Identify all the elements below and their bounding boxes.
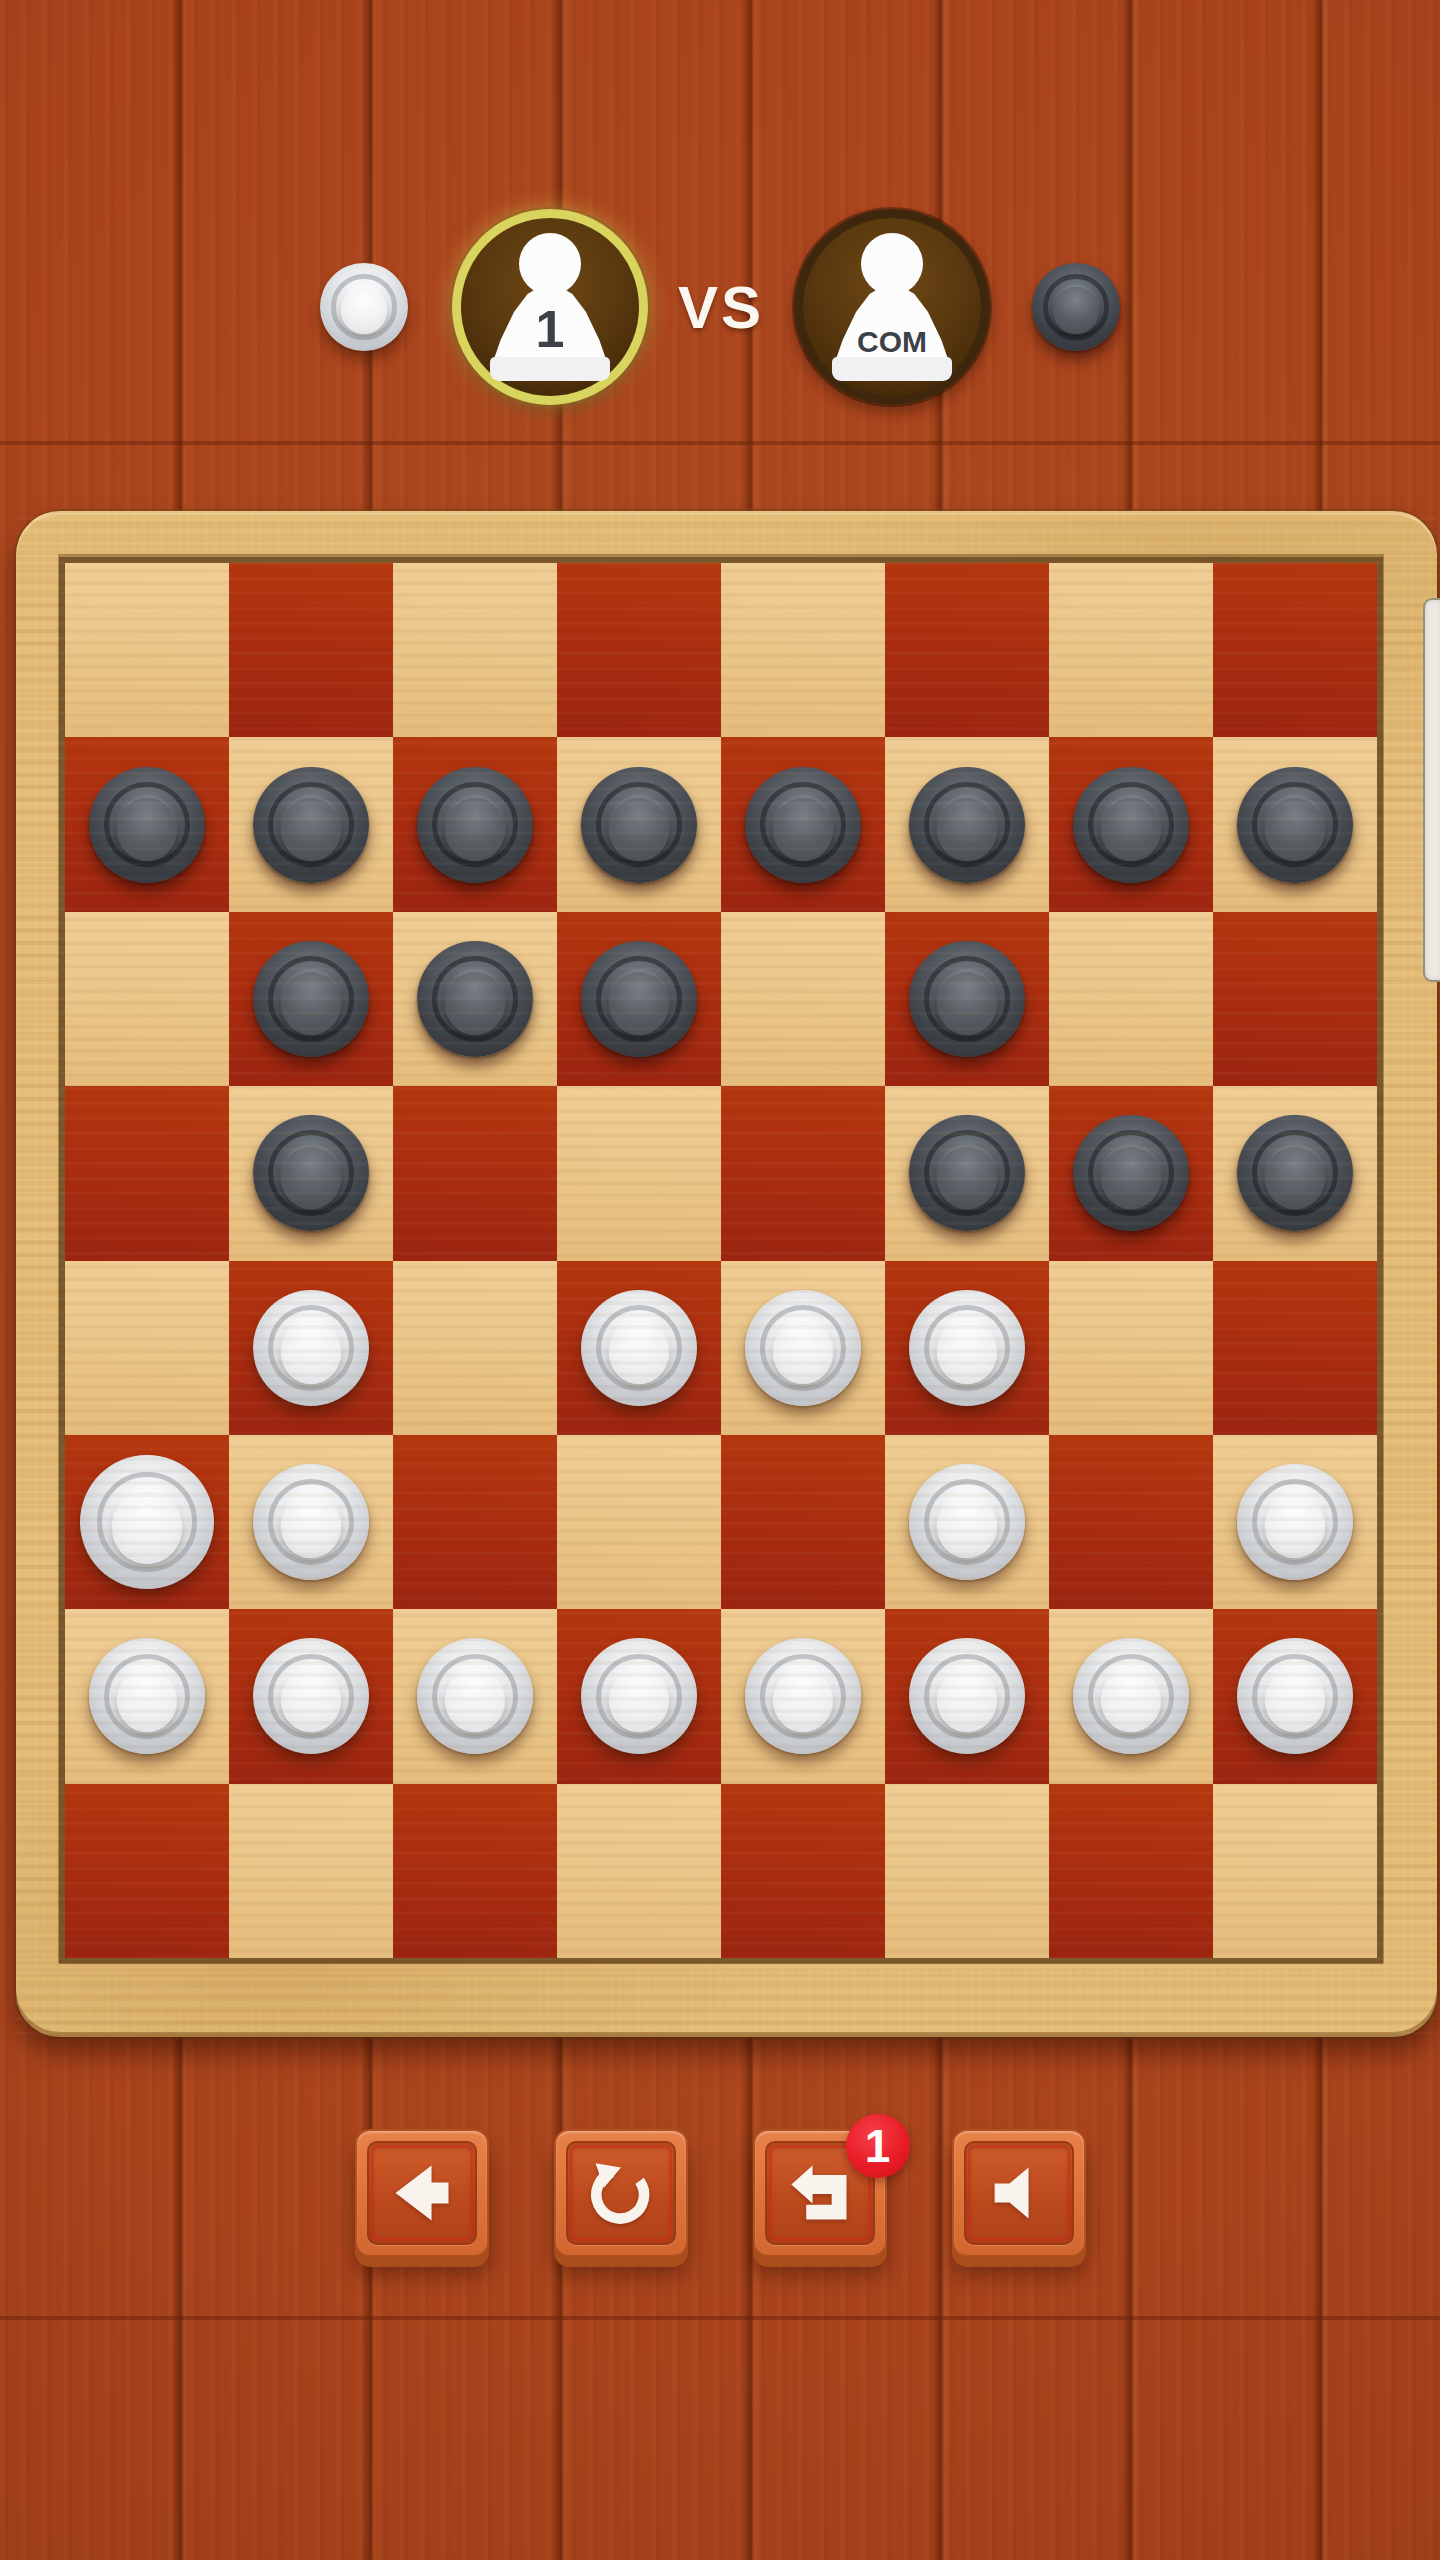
checker-piece-white[interactable] (253, 1290, 369, 1406)
scrollbar-thumb[interactable] (1423, 598, 1440, 982)
player2-label: COM (827, 325, 957, 359)
wood-plank-seam (0, 2316, 1440, 2320)
checker-piece-white[interactable] (581, 1638, 697, 1754)
back-button[interactable] (355, 2129, 489, 2257)
board-cell-r0c3[interactable] (557, 563, 721, 737)
board-cell-r1c4[interactable] (721, 737, 885, 911)
player2-avatar[interactable]: COM (794, 209, 990, 405)
wood-plank-seam (0, 441, 1440, 445)
checker-piece-white[interactable] (89, 1638, 205, 1754)
board-cell-r3c3[interactable] (557, 1086, 721, 1260)
board-cell-r6c1[interactable] (229, 1609, 393, 1783)
board-cell-r3c1[interactable] (229, 1086, 393, 1260)
board-cell-r2c3[interactable] (557, 912, 721, 1086)
checker-piece-black[interactable] (745, 767, 861, 883)
board-grid (65, 563, 1377, 1958)
speaker-icon (984, 2158, 1054, 2228)
checkers-board (16, 511, 1437, 2037)
board-cell-r5c4[interactable] (721, 1435, 885, 1609)
board-cell-r2c7[interactable] (1213, 912, 1377, 1086)
white-side-indicator-piece (320, 263, 408, 351)
board-cell-r0c5[interactable] (885, 563, 1049, 737)
checker-piece-black[interactable] (417, 767, 533, 883)
sound-button[interactable] (952, 2129, 1086, 2257)
board-cell-r5c7[interactable] (1213, 1435, 1377, 1609)
board-cell-r1c0[interactable] (65, 737, 229, 911)
board-cell-r5c0[interactable] (65, 1435, 229, 1609)
checker-piece-white[interactable] (253, 1638, 369, 1754)
restart-icon (586, 2158, 656, 2228)
checker-piece-black[interactable] (417, 941, 533, 1057)
board-cell-r4c7[interactable] (1213, 1261, 1377, 1435)
board-cell-r7c5[interactable] (885, 1784, 1049, 1958)
board-cell-r7c0[interactable] (65, 1784, 229, 1958)
board-cell-r4c2[interactable] (393, 1261, 557, 1435)
checker-piece-black[interactable] (909, 1115, 1025, 1231)
board-cell-r0c7[interactable] (1213, 563, 1377, 737)
board-cell-r5c2[interactable] (393, 1435, 557, 1609)
board-cell-r4c5[interactable] (885, 1261, 1049, 1435)
back-button-face (367, 2141, 477, 2245)
checker-piece-black[interactable] (253, 1115, 369, 1231)
board-cell-r1c5[interactable] (885, 737, 1049, 911)
board-cell-r6c4[interactable] (721, 1609, 885, 1783)
board-cell-r5c1[interactable] (229, 1435, 393, 1609)
board-cell-r0c2[interactable] (393, 563, 557, 737)
board-cell-r2c2[interactable] (393, 912, 557, 1086)
board-cell-r1c1[interactable] (229, 737, 393, 911)
checker-piece-white[interactable] (1237, 1464, 1353, 1580)
board-cell-r3c6[interactable] (1049, 1086, 1213, 1260)
board-cell-r7c4[interactable] (721, 1784, 885, 1958)
board-cell-r0c1[interactable] (229, 563, 393, 737)
computer-icon: COM (827, 233, 957, 381)
checker-piece-black[interactable] (1237, 767, 1353, 883)
board-cell-r3c7[interactable] (1213, 1086, 1377, 1260)
board-cell-r4c4[interactable] (721, 1261, 885, 1435)
checker-piece-black[interactable] (1237, 1115, 1353, 1231)
computer-icon-base (832, 357, 952, 381)
board-cell-r6c5[interactable] (885, 1609, 1049, 1783)
checker-piece-white[interactable] (80, 1455, 214, 1589)
black-side-indicator-piece (1032, 263, 1120, 351)
board-cell-r2c0[interactable] (65, 912, 229, 1086)
board-cell-r3c5[interactable] (885, 1086, 1049, 1260)
checker-piece-white[interactable] (417, 1638, 533, 1754)
sound-button-face (964, 2141, 1074, 2245)
board-cell-r7c1[interactable] (229, 1784, 393, 1958)
board-cell-r6c2[interactable] (393, 1609, 557, 1783)
checker-piece-black[interactable] (581, 941, 697, 1057)
checker-piece-white[interactable] (745, 1638, 861, 1754)
board-cell-r1c7[interactable] (1213, 737, 1377, 911)
restart-button-face (566, 2141, 676, 2245)
board-cell-r3c0[interactable] (65, 1086, 229, 1260)
checker-piece-black[interactable] (1073, 1115, 1189, 1231)
board-cell-r2c6[interactable] (1049, 912, 1213, 1086)
board-cell-r5c3[interactable] (557, 1435, 721, 1609)
game-screen: 1 VS COM (0, 0, 1440, 2560)
checker-piece-white[interactable] (581, 1290, 697, 1406)
board-cell-r3c2[interactable] (393, 1086, 557, 1260)
checker-piece-white[interactable] (253, 1464, 369, 1580)
board-cell-r6c3[interactable] (557, 1609, 721, 1783)
board-cell-r0c6[interactable] (1049, 563, 1213, 737)
board-cell-r0c4[interactable] (721, 563, 885, 737)
board-cell-r5c6[interactable] (1049, 1435, 1213, 1609)
checker-piece-black[interactable] (581, 767, 697, 883)
board-cell-r0c0[interactable] (65, 563, 229, 737)
board-cell-r6c7[interactable] (1213, 1609, 1377, 1783)
board-cell-r6c6[interactable] (1049, 1609, 1213, 1783)
undo-button[interactable]: 1 (753, 2129, 887, 2257)
checker-piece-black[interactable] (89, 767, 205, 883)
toolbar: 1 (0, 2129, 1440, 2257)
vs-label: VS (678, 273, 764, 342)
checker-piece-white[interactable] (909, 1638, 1025, 1754)
checker-piece-white[interactable] (909, 1464, 1025, 1580)
board-cell-r3c4[interactable] (721, 1086, 885, 1260)
checker-piece-white[interactable] (745, 1290, 861, 1406)
board-cell-r7c6[interactable] (1049, 1784, 1213, 1958)
undo-count-badge: 1 (846, 2114, 910, 2178)
board-cell-r7c3[interactable] (557, 1784, 721, 1958)
board-cell-r4c1[interactable] (229, 1261, 393, 1435)
board-cell-r1c6[interactable] (1049, 737, 1213, 911)
board-cell-r2c4[interactable] (721, 912, 885, 1086)
board-cell-r4c0[interactable] (65, 1261, 229, 1435)
board-cell-r7c2[interactable] (393, 1784, 557, 1958)
board-cell-r1c3[interactable] (557, 737, 721, 911)
players-header: 1 VS COM (0, 205, 1440, 409)
player1-avatar[interactable]: 1 (452, 209, 648, 405)
checker-piece-black[interactable] (909, 941, 1025, 1057)
board-cell-r5c5[interactable] (885, 1435, 1049, 1609)
board-cell-r4c6[interactable] (1049, 1261, 1213, 1435)
back-arrow-icon (387, 2158, 457, 2228)
player1-label: 1 (485, 299, 615, 359)
board-cell-r7c7[interactable] (1213, 1784, 1377, 1958)
player-icon: 1 (485, 233, 615, 381)
checker-piece-black[interactable] (253, 767, 369, 883)
checker-piece-white[interactable] (1237, 1638, 1353, 1754)
checker-piece-black[interactable] (1073, 767, 1189, 883)
checker-piece-white[interactable] (909, 1290, 1025, 1406)
board-cell-r4c3[interactable] (557, 1261, 721, 1435)
board-cell-r6c0[interactable] (65, 1609, 229, 1783)
checker-piece-white[interactable] (1073, 1638, 1189, 1754)
player-icon-base (490, 357, 610, 381)
checker-piece-black[interactable] (909, 767, 1025, 883)
board-cell-r1c2[interactable] (393, 737, 557, 911)
board-cell-r2c1[interactable] (229, 912, 393, 1086)
restart-button[interactable] (554, 2129, 688, 2257)
checker-piece-black[interactable] (253, 941, 369, 1057)
undo-icon (785, 2158, 855, 2228)
board-cell-r2c5[interactable] (885, 912, 1049, 1086)
